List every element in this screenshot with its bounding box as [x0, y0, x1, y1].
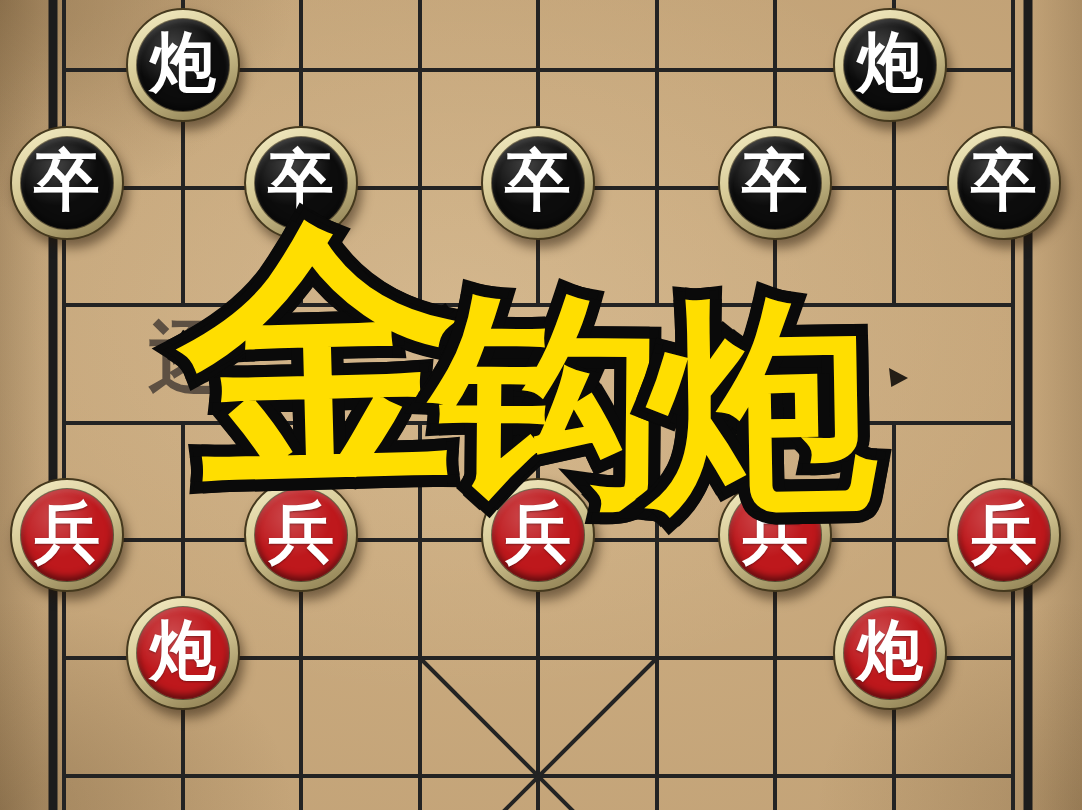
piece-glyph: 炮 [857, 618, 923, 684]
piece-disc: 炮 [844, 607, 936, 699]
piece-black-soldier[interactable]: 卒 [947, 126, 1061, 240]
piece-glyph: 卒 [742, 148, 808, 214]
piece-red-cannon[interactable]: 炮 [126, 596, 240, 710]
piece-glyph: 卒 [505, 148, 571, 214]
piece-disc: 卒 [492, 137, 584, 229]
piece-disc: 卒 [729, 137, 821, 229]
piece-glyph: 卒 [971, 148, 1037, 214]
piece-disc: 卒 [255, 137, 347, 229]
piece-disc: 炮 [137, 607, 229, 699]
piece-glyph: 兵 [505, 500, 571, 566]
piece-disc: 卒 [958, 137, 1050, 229]
piece-black-soldier[interactable]: 卒 [718, 126, 832, 240]
piece-glyph: 卒 [34, 148, 100, 214]
piece-disc: 炮 [844, 19, 936, 111]
piece-red-soldier[interactable]: 兵 [244, 478, 358, 592]
piece-red-soldier[interactable]: 兵 [481, 478, 595, 592]
piece-red-soldier[interactable]: 兵 [947, 478, 1061, 592]
piece-glyph: 兵 [268, 500, 334, 566]
piece-glyph: 兵 [971, 500, 1037, 566]
piece-black-soldier[interactable]: 卒 [244, 126, 358, 240]
piece-disc: 兵 [958, 489, 1050, 581]
piece-black-cannon[interactable]: 炮 [833, 8, 947, 122]
piece-red-soldier[interactable]: 兵 [10, 478, 124, 592]
piece-red-soldier[interactable]: 兵 [718, 478, 832, 592]
piece-black-soldier[interactable]: 卒 [481, 126, 595, 240]
piece-disc: 兵 [255, 489, 347, 581]
piece-glyph: 卒 [268, 148, 334, 214]
piece-disc: 兵 [492, 489, 584, 581]
piece-glyph: 炮 [857, 30, 923, 96]
piece-glyph: 兵 [34, 500, 100, 566]
piece-black-cannon[interactable]: 炮 [126, 8, 240, 122]
piece-glyph: 炮 [150, 618, 216, 684]
xiangqi-app: 炮炮卒卒卒卒卒兵兵兵兵兵炮炮 逐 金钩炮 [0, 0, 1082, 810]
piece-glyph: 炮 [150, 30, 216, 96]
piece-black-soldier[interactable]: 卒 [10, 126, 124, 240]
piece-red-cannon[interactable]: 炮 [833, 596, 947, 710]
piece-disc: 兵 [21, 489, 113, 581]
piece-glyph: 兵 [742, 500, 808, 566]
piece-disc: 兵 [729, 489, 821, 581]
piece-disc: 炮 [137, 19, 229, 111]
piece-disc: 卒 [21, 137, 113, 229]
